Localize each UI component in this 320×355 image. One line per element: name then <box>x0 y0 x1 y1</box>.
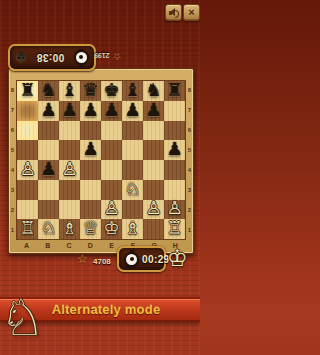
close-icon: × <box>188 7 194 18</box>
square-e4[interactable] <box>101 160 122 180</box>
player-score-value: 4708 <box>93 257 111 266</box>
square-a6[interactable] <box>17 121 38 141</box>
square-e7[interactable]: ♟ <box>101 101 122 121</box>
piece-white-queen: ♕ <box>82 219 98 237</box>
square-e5[interactable] <box>101 140 122 160</box>
piece-black-queen: ♛ <box>82 81 98 99</box>
square-h1[interactable]: ♖ <box>164 219 185 239</box>
mode-banner-label: Alternately mode <box>40 302 161 317</box>
opponent-timer-panel: 00:38 ♚ <box>8 44 96 71</box>
rank-label-8: 8 <box>186 80 193 100</box>
square-b7[interactable]: ♟ <box>38 101 59 121</box>
square-b2[interactable] <box>38 200 59 220</box>
square-h4[interactable] <box>164 160 185 180</box>
white-king-icon: ♔ <box>167 247 188 270</box>
rank-label-3: 3 <box>9 180 16 200</box>
rank-label-4: 4 <box>186 160 193 180</box>
player-timer-panel: 00:29 <box>117 246 166 272</box>
square-a2[interactable] <box>17 200 38 220</box>
file-label-a: A <box>16 240 37 252</box>
square-b4[interactable]: ♟ <box>38 160 59 180</box>
file-label-d: D <box>80 240 101 252</box>
piece-white-knight: ♘ <box>40 219 56 237</box>
square-f1[interactable]: ♗ <box>122 219 143 239</box>
square-c4[interactable]: ♙ <box>59 160 80 180</box>
star-icon: ☆ <box>77 253 88 265</box>
square-g5[interactable] <box>143 140 164 160</box>
square-h5[interactable]: ♟ <box>164 140 185 160</box>
piece-black-pawn: ♟ <box>40 101 56 119</box>
square-a3[interactable] <box>17 180 38 200</box>
square-c6[interactable] <box>59 121 80 141</box>
file-label-c: C <box>59 240 80 252</box>
square-f2[interactable] <box>122 200 143 220</box>
piece-black-pawn: ♟ <box>40 160 56 178</box>
opponent-time: 00:38 <box>37 52 65 63</box>
square-h8[interactable]: ♜ <box>164 81 185 101</box>
file-label-b: B <box>37 240 58 252</box>
square-g4[interactable] <box>143 160 164 180</box>
square-c7[interactable]: ♟ <box>59 101 80 121</box>
rank-label-8: 8 <box>9 80 16 100</box>
piece-black-pawn: ♟ <box>124 101 140 119</box>
rank-labels-left: 87654321 <box>9 80 16 240</box>
rank-label-6: 6 <box>186 120 193 140</box>
square-b5[interactable] <box>38 140 59 160</box>
rank-label-5: 5 <box>186 140 193 160</box>
square-a8[interactable]: ♜ <box>17 81 38 101</box>
opponent-score: ☆ 2199 <box>94 51 122 61</box>
piece-black-bishop: ♝ <box>61 81 77 99</box>
square-c5[interactable] <box>59 140 80 160</box>
knight-decoration-icon: ♘ <box>0 293 45 343</box>
square-f4[interactable] <box>122 160 143 180</box>
rank-label-7: 7 <box>186 100 193 120</box>
piece-black-knight: ♞ <box>40 81 56 99</box>
chess-board: ♜♞♝♛♚♝♞♜♟♟♟♟♟♟♟♟♙♟♙♘♙♙♙♖♘♗♕♔♗♖ <box>16 80 186 240</box>
square-g1[interactable] <box>143 219 164 239</box>
opponent-score-value: 2199 <box>94 53 110 60</box>
clock-icon <box>124 252 139 267</box>
square-g8[interactable]: ♞ <box>143 81 164 101</box>
clock-icon <box>74 50 89 65</box>
player-time: 00:29 <box>142 254 170 265</box>
square-d7[interactable]: ♟ <box>80 101 101 121</box>
piece-black-pawn: ♟ <box>103 101 119 119</box>
piece-black-pawn: ♟ <box>145 101 161 119</box>
square-g6[interactable] <box>143 121 164 141</box>
piece-white-rook: ♖ <box>166 219 182 237</box>
square-c1[interactable]: ♗ <box>59 219 80 239</box>
square-g7[interactable]: ♟ <box>143 101 164 121</box>
piece-white-knight: ♘ <box>124 180 140 198</box>
square-h3[interactable] <box>164 180 185 200</box>
square-d8[interactable]: ♛ <box>80 81 101 101</box>
sound-button[interactable] <box>165 4 182 21</box>
piece-black-pawn: ♟ <box>82 101 98 119</box>
square-f3[interactable]: ♘ <box>122 180 143 200</box>
rank-label-7: 7 <box>9 100 16 120</box>
square-d1[interactable]: ♕ <box>80 219 101 239</box>
square-a1[interactable]: ♖ <box>17 219 38 239</box>
piece-white-pawn: ♙ <box>19 160 35 178</box>
close-button[interactable]: × <box>183 4 200 21</box>
piece-black-pawn: ♟ <box>61 101 77 119</box>
speaker-icon <box>169 8 179 17</box>
square-d5[interactable]: ♟ <box>80 140 101 160</box>
square-b6[interactable] <box>38 121 59 141</box>
piece-black-king: ♚ <box>103 81 119 99</box>
square-d3[interactable] <box>80 180 101 200</box>
square-f5[interactable] <box>122 140 143 160</box>
square-a7[interactable] <box>17 101 38 121</box>
square-e1[interactable]: ♔ <box>101 219 122 239</box>
square-b1[interactable]: ♘ <box>38 219 59 239</box>
piece-black-pawn: ♟ <box>166 140 182 158</box>
piece-white-bishop: ♗ <box>61 219 77 237</box>
piece-black-knight: ♞ <box>145 81 161 99</box>
piece-white-pawn: ♙ <box>166 199 182 217</box>
square-f6[interactable] <box>122 121 143 141</box>
square-g3[interactable] <box>143 180 164 200</box>
rank-label-2: 2 <box>9 200 16 220</box>
piece-white-pawn: ♙ <box>103 199 119 217</box>
square-f7[interactable]: ♟ <box>122 101 143 121</box>
piece-white-bishop: ♗ <box>124 219 140 237</box>
square-h6[interactable] <box>164 121 185 141</box>
star-icon: ☆ <box>113 51 122 61</box>
piece-black-rook: ♜ <box>166 81 182 99</box>
square-e2[interactable]: ♙ <box>101 200 122 220</box>
piece-white-rook: ♖ <box>19 219 35 237</box>
square-c3[interactable] <box>59 180 80 200</box>
piece-white-king: ♔ <box>103 219 119 237</box>
square-f8[interactable]: ♝ <box>122 81 143 101</box>
rank-label-2: 2 <box>186 200 193 220</box>
piece-black-rook: ♜ <box>19 81 35 99</box>
black-king-icon: ♚ <box>15 51 27 64</box>
square-e8[interactable]: ♚ <box>101 81 122 101</box>
piece-white-pawn: ♙ <box>61 160 77 178</box>
square-e6[interactable] <box>101 121 122 141</box>
piece-black-bishop: ♝ <box>124 81 140 99</box>
square-g2[interactable]: ♙ <box>143 200 164 220</box>
square-d2[interactable] <box>80 200 101 220</box>
square-b3[interactable] <box>38 180 59 200</box>
piece-black-pawn: ♟ <box>82 140 98 158</box>
square-a4[interactable]: ♙ <box>17 160 38 180</box>
piece-white-pawn: ♙ <box>145 199 161 217</box>
chess-board-frame: 87654321 87654321 ♜♞♝♛♚♝♞♜♟♟♟♟♟♟♟♟♙♟♙♘♙♙… <box>8 68 194 254</box>
square-d4[interactable] <box>80 160 101 180</box>
rank-label-4: 4 <box>9 160 16 180</box>
rank-labels-right: 87654321 <box>186 80 193 240</box>
rank-label-1: 1 <box>9 220 16 240</box>
rank-label-6: 6 <box>9 120 16 140</box>
square-h7[interactable] <box>164 101 185 121</box>
square-h2[interactable]: ♙ <box>164 200 185 220</box>
rank-label-3: 3 <box>186 180 193 200</box>
square-c8[interactable]: ♝ <box>59 81 80 101</box>
square-c2[interactable] <box>59 200 80 220</box>
square-b8[interactable]: ♞ <box>38 81 59 101</box>
rank-label-1: 1 <box>186 220 193 240</box>
square-d6[interactable] <box>80 121 101 141</box>
rank-label-5: 5 <box>9 140 16 160</box>
square-e3[interactable] <box>101 180 122 200</box>
square-a5[interactable] <box>17 140 38 160</box>
